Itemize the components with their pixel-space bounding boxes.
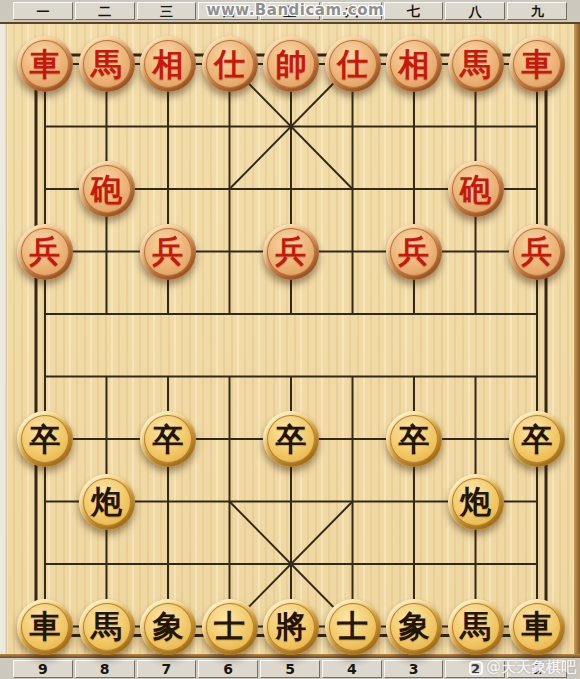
piece-black-cannon-right[interactable]: 炮 [448, 474, 504, 530]
piece-black-general[interactable]: 將 [263, 599, 319, 655]
piece-glyph: 炮 [452, 478, 500, 526]
piece-black-soldier-4[interactable]: 卒 [386, 411, 442, 467]
piece-glyph: 卒 [513, 415, 561, 463]
piece-glyph: 車 [21, 40, 69, 88]
watermark-logo-icon [469, 661, 483, 675]
piece-black-elephant-right[interactable]: 象 [386, 599, 442, 655]
col-label-top-9: 九 [507, 2, 567, 20]
piece-glyph: 將 [267, 603, 315, 651]
piece-glyph: 相 [144, 40, 192, 88]
piece-red-general[interactable]: 帥 [263, 36, 319, 92]
piece-black-chariot-right[interactable]: 車 [509, 599, 565, 655]
channel-watermark-text: @天天象棋吧 [486, 658, 576, 677]
piece-red-soldier-5[interactable]: 兵 [509, 224, 565, 280]
piece-red-cannon-right[interactable]: 砲 [448, 161, 504, 217]
piece-red-horse-right[interactable]: 馬 [448, 36, 504, 92]
col-label-bottom-3: 7 [137, 660, 197, 678]
col-label-bottom-5: 5 [260, 660, 320, 678]
bandicam-watermark: www.Bandicam.com [207, 1, 385, 19]
piece-red-advisor-left[interactable]: 仕 [202, 36, 258, 92]
piece-black-horse-left[interactable]: 馬 [79, 599, 135, 655]
piece-glyph: 馬 [83, 603, 131, 651]
piece-glyph: 兵 [513, 228, 561, 276]
piece-black-advisor-left[interactable]: 士 [202, 599, 258, 655]
piece-red-soldier-3[interactable]: 兵 [263, 224, 319, 280]
piece-glyph: 馬 [452, 603, 500, 651]
col-label-top-7: 七 [384, 2, 444, 20]
col-label-top-1: 一 [13, 2, 73, 20]
piece-red-cannon-left[interactable]: 砲 [79, 161, 135, 217]
piece-red-chariot-left[interactable]: 車 [17, 36, 73, 92]
piece-red-soldier-2[interactable]: 兵 [140, 224, 196, 280]
piece-glyph: 卒 [390, 415, 438, 463]
col-label-bottom-6: 4 [322, 660, 382, 678]
piece-black-elephant-left[interactable]: 象 [140, 599, 196, 655]
piece-black-horse-right[interactable]: 馬 [448, 599, 504, 655]
piece-glyph: 兵 [390, 228, 438, 276]
piece-glyph: 士 [329, 603, 377, 651]
piece-glyph: 車 [513, 603, 561, 651]
board[interactable]: 車馬相仕帥仕相馬車砲砲兵兵兵兵兵卒卒卒卒卒炮炮車馬象士將士象馬車 [0, 22, 580, 658]
xiangqi-app-window: 一二三四五六七八九 車馬相仕帥仕相馬車砲砲兵兵兵兵兵卒卒卒卒卒炮炮車馬象士將士象… [0, 0, 580, 679]
piece-red-soldier-1[interactable]: 兵 [17, 224, 73, 280]
piece-glyph: 象 [144, 603, 192, 651]
piece-black-cannon-left[interactable]: 炮 [79, 474, 135, 530]
piece-red-advisor-right[interactable]: 仕 [325, 36, 381, 92]
piece-black-advisor-right[interactable]: 士 [325, 599, 381, 655]
piece-glyph: 卒 [21, 415, 69, 463]
piece-glyph: 兵 [21, 228, 69, 276]
channel-watermark: @天天象棋吧 [469, 658, 576, 677]
piece-black-soldier-2[interactable]: 卒 [140, 411, 196, 467]
col-label-bottom-2: 8 [75, 660, 135, 678]
piece-glyph: 炮 [83, 478, 131, 526]
piece-glyph: 相 [390, 40, 438, 88]
col-label-bottom-1: 9 [13, 660, 73, 678]
piece-black-soldier-3[interactable]: 卒 [263, 411, 319, 467]
piece-glyph: 兵 [144, 228, 192, 276]
piece-glyph: 砲 [83, 165, 131, 213]
piece-red-soldier-4[interactable]: 兵 [386, 224, 442, 280]
col-label-top-8: 八 [445, 2, 505, 20]
piece-glyph: 仕 [206, 40, 254, 88]
piece-black-soldier-5[interactable]: 卒 [509, 411, 565, 467]
piece-black-soldier-1[interactable]: 卒 [17, 411, 73, 467]
piece-red-elephant-left[interactable]: 相 [140, 36, 196, 92]
piece-glyph: 兵 [267, 228, 315, 276]
piece-red-chariot-right[interactable]: 車 [509, 36, 565, 92]
piece-glyph: 卒 [144, 415, 192, 463]
piece-glyph: 馬 [452, 40, 500, 88]
piece-glyph: 士 [206, 603, 254, 651]
piece-glyph: 車 [21, 603, 69, 651]
piece-glyph: 車 [513, 40, 561, 88]
piece-glyph: 象 [390, 603, 438, 651]
piece-black-chariot-left[interactable]: 車 [17, 599, 73, 655]
board-grid [0, 24, 580, 660]
piece-red-horse-left[interactable]: 馬 [79, 36, 135, 92]
col-label-top-2: 二 [75, 2, 135, 20]
piece-glyph: 仕 [329, 40, 377, 88]
piece-glyph: 砲 [452, 165, 500, 213]
col-label-bottom-4: 6 [198, 660, 258, 678]
piece-glyph: 帥 [267, 40, 315, 88]
col-label-bottom-7: 3 [384, 660, 444, 678]
col-label-top-3: 三 [137, 2, 197, 20]
piece-glyph: 馬 [83, 40, 131, 88]
piece-glyph: 卒 [267, 415, 315, 463]
piece-red-elephant-right[interactable]: 相 [386, 36, 442, 92]
